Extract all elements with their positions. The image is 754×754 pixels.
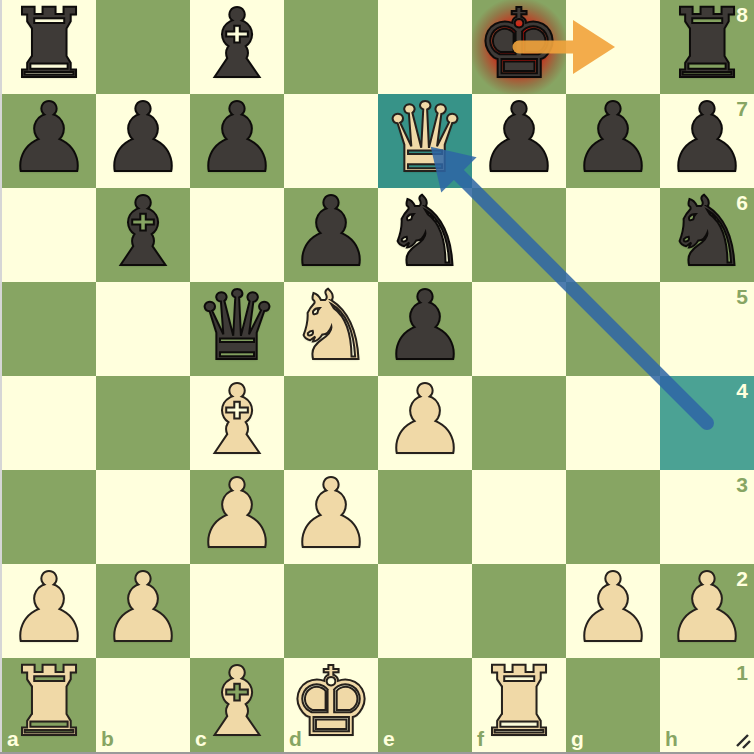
black-pawn[interactable]: ♟ — [2, 91, 96, 185]
coord-file-b: b — [101, 728, 114, 749]
square-b4[interactable] — [96, 376, 190, 470]
square-e6[interactable]: ♞ — [378, 188, 472, 282]
coord-rank-2: 2 — [736, 568, 748, 589]
square-g7[interactable]: ♟ — [566, 94, 660, 188]
square-f7[interactable]: ♟ — [472, 94, 566, 188]
white-rook[interactable]: ♜ — [472, 655, 566, 749]
black-king[interactable]: ♚ — [472, 0, 566, 91]
black-knight[interactable]: ♞ — [378, 185, 472, 279]
square-d5[interactable]: ♞ — [284, 282, 378, 376]
coord-file-c: c — [195, 728, 207, 749]
square-a8[interactable]: ♜ — [2, 0, 96, 94]
black-pawn[interactable]: ♟ — [378, 279, 472, 373]
square-f8[interactable]: ♚ — [472, 0, 566, 94]
coord-rank-3: 3 — [736, 474, 748, 495]
black-queen[interactable]: ♛ — [190, 279, 284, 373]
white-pawn[interactable]: ♟ — [378, 373, 472, 467]
black-rook[interactable]: ♜ — [2, 0, 96, 91]
square-b2[interactable]: ♟ — [96, 564, 190, 658]
square-g5[interactable] — [566, 282, 660, 376]
white-bishop[interactable]: ♝ — [190, 373, 284, 467]
chess-board[interactable]: ♜♝♚♜♟♟♟♛♟♟♟♝♟♞♞♛♞♟♝♟♟♟♟♟♟♟♜♝♚♜ 87654321a… — [2, 0, 754, 752]
square-d6[interactable]: ♟ — [284, 188, 378, 282]
coord-rank-8: 8 — [736, 4, 748, 25]
square-c7[interactable]: ♟ — [190, 94, 284, 188]
square-c2[interactable] — [190, 564, 284, 658]
square-a4[interactable] — [2, 376, 96, 470]
square-f2[interactable] — [472, 564, 566, 658]
coord-rank-6: 6 — [736, 192, 748, 213]
square-b6[interactable]: ♝ — [96, 188, 190, 282]
square-d3[interactable]: ♟ — [284, 470, 378, 564]
square-a3[interactable] — [2, 470, 96, 564]
white-pawn[interactable]: ♟ — [96, 561, 190, 655]
coord-rank-1: 1 — [736, 662, 748, 683]
square-d8[interactable] — [284, 0, 378, 94]
coord-file-a: a — [7, 728, 19, 749]
square-f4[interactable] — [472, 376, 566, 470]
white-queen[interactable]: ♛ — [378, 91, 472, 185]
square-f5[interactable] — [472, 282, 566, 376]
coord-rank-5: 5 — [736, 286, 748, 307]
square-b8[interactable] — [96, 0, 190, 94]
board-resize-handle-icon[interactable] — [734, 732, 752, 750]
square-c5[interactable]: ♛ — [190, 282, 284, 376]
square-a7[interactable]: ♟ — [2, 94, 96, 188]
square-c8[interactable]: ♝ — [190, 0, 284, 94]
white-pawn[interactable]: ♟ — [566, 561, 660, 655]
square-d2[interactable] — [284, 564, 378, 658]
black-pawn[interactable]: ♟ — [190, 91, 284, 185]
white-pawn[interactable]: ♟ — [190, 467, 284, 561]
square-e2[interactable] — [378, 564, 472, 658]
square-g8[interactable] — [566, 0, 660, 94]
square-g6[interactable] — [566, 188, 660, 282]
black-bishop[interactable]: ♝ — [96, 185, 190, 279]
square-g4[interactable] — [566, 376, 660, 470]
black-pawn[interactable]: ♟ — [472, 91, 566, 185]
white-pawn[interactable]: ♟ — [284, 467, 378, 561]
coord-rank-7: 7 — [736, 98, 748, 119]
square-c3[interactable]: ♟ — [190, 470, 284, 564]
square-a2[interactable]: ♟ — [2, 564, 96, 658]
black-pawn[interactable]: ♟ — [566, 91, 660, 185]
square-f6[interactable] — [472, 188, 566, 282]
square-b3[interactable] — [96, 470, 190, 564]
coord-file-d: d — [289, 728, 302, 749]
black-pawn[interactable]: ♟ — [96, 91, 190, 185]
square-e8[interactable] — [378, 0, 472, 94]
square-g2[interactable]: ♟ — [566, 564, 660, 658]
white-knight[interactable]: ♞ — [284, 279, 378, 373]
square-f3[interactable] — [472, 470, 566, 564]
coord-file-f: f — [477, 728, 484, 749]
square-c4[interactable]: ♝ — [190, 376, 284, 470]
board-squares: ♜♝♚♜♟♟♟♛♟♟♟♝♟♞♞♛♞♟♝♟♟♟♟♟♟♟♜♝♚♜ — [2, 0, 754, 752]
square-e7[interactable]: ♛ — [378, 94, 472, 188]
coord-rank-4: 4 — [736, 380, 748, 401]
square-c6[interactable] — [190, 188, 284, 282]
square-d4[interactable] — [284, 376, 378, 470]
square-f1[interactable]: ♜ — [472, 658, 566, 752]
square-a6[interactable] — [2, 188, 96, 282]
square-e4[interactable]: ♟ — [378, 376, 472, 470]
white-pawn[interactable]: ♟ — [2, 561, 96, 655]
square-g3[interactable] — [566, 470, 660, 564]
coord-file-e: e — [383, 728, 395, 749]
square-e3[interactable] — [378, 470, 472, 564]
square-d7[interactable] — [284, 94, 378, 188]
black-pawn[interactable]: ♟ — [284, 185, 378, 279]
square-e5[interactable]: ♟ — [378, 282, 472, 376]
coord-file-g: g — [571, 728, 584, 749]
square-b7[interactable]: ♟ — [96, 94, 190, 188]
page-background: ♜♝♚♜♟♟♟♛♟♟♟♝♟♞♞♛♞♟♝♟♟♟♟♟♟♟♜♝♚♜ 87654321a… — [0, 0, 754, 754]
black-bishop[interactable]: ♝ — [190, 0, 284, 91]
coord-file-h: h — [665, 728, 678, 749]
square-a5[interactable] — [2, 282, 96, 376]
square-b5[interactable] — [96, 282, 190, 376]
